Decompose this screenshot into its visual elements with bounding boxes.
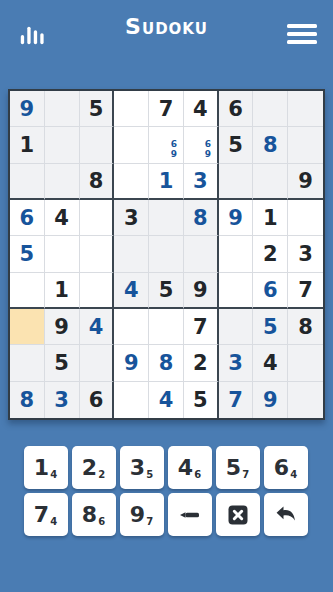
cell-r9c7[interactable]: 7 [219, 382, 254, 418]
pencil-notes: 69 [149, 127, 183, 162]
cell-r9c9[interactable] [288, 382, 323, 418]
cell-r9c1[interactable]: 8 [10, 382, 45, 418]
erase-icon [227, 504, 249, 526]
cell-r1c4[interactable] [114, 91, 149, 127]
cell-r7c2[interactable]: 9 [45, 309, 80, 345]
cell-r7c5[interactable] [149, 309, 184, 345]
cell-r8c8[interactable]: 4 [253, 345, 288, 381]
cell-r1c8[interactable] [253, 91, 288, 127]
cell-r5c7[interactable] [219, 236, 254, 272]
digit-remaining-count: 2 [98, 470, 105, 480]
key-digit: 9 [130, 504, 145, 526]
digit-remaining-count: 4 [50, 470, 57, 480]
key-1[interactable]: 14 [24, 446, 68, 489]
cell-r2c4[interactable] [114, 127, 149, 163]
undo-icon [274, 503, 298, 527]
cell-r8c9[interactable] [288, 345, 323, 381]
cell-r9c6[interactable]: 5 [184, 382, 219, 418]
cell-r1c3[interactable]: 5 [80, 91, 115, 127]
cell-r2c9[interactable] [288, 127, 323, 163]
cell-r6c8[interactable]: 6 [253, 273, 288, 309]
cell-r6c3[interactable] [80, 273, 115, 309]
key-digit: 3 [130, 457, 145, 479]
key-digit: 2 [82, 457, 97, 479]
cell-r3c3[interactable]: 8 [80, 164, 115, 200]
pencil-notes: 69 [184, 127, 217, 162]
cell-r3c7[interactable] [219, 164, 254, 200]
cell-r1c5[interactable]: 7 [149, 91, 184, 127]
cell-r4c8[interactable]: 1 [253, 200, 288, 236]
cell-r1c2[interactable] [45, 91, 80, 127]
cell-r8c4[interactable]: 9 [114, 345, 149, 381]
key-9[interactable]: 97 [120, 493, 164, 536]
cell-r5c3[interactable] [80, 236, 115, 272]
key-digit: 1 [34, 457, 49, 479]
page-title: Sudoku [0, 14, 333, 40]
keypad: 142235465764748697 [24, 446, 310, 536]
digit-remaining-count: 7 [146, 517, 153, 527]
key-digit: 7 [34, 504, 49, 526]
cell-r2c5[interactable]: 69 [149, 127, 184, 163]
key-5[interactable]: 57 [216, 446, 260, 489]
cell-r5c5[interactable] [149, 236, 184, 272]
cell-r3c9[interactable]: 9 [288, 164, 323, 200]
digit-remaining-count: 4 [50, 517, 57, 527]
cell-r4c9[interactable] [288, 200, 323, 236]
erase-button[interactable] [216, 493, 260, 536]
cell-r2c1[interactable]: 1 [10, 127, 45, 163]
cell-r4c2[interactable]: 4 [45, 200, 80, 236]
cell-r1c6[interactable]: 4 [184, 91, 219, 127]
cell-r3c2[interactable] [45, 164, 80, 200]
cell-r8c1[interactable] [10, 345, 45, 381]
key-7[interactable]: 74 [24, 493, 68, 536]
cell-r2c6[interactable]: 69 [184, 127, 219, 163]
cell-r3c6[interactable]: 3 [184, 164, 219, 200]
cell-r6c1[interactable] [10, 273, 45, 309]
cell-r9c3[interactable]: 6 [80, 382, 115, 418]
cell-r7c9[interactable]: 8 [288, 309, 323, 345]
cell-r4c6[interactable]: 8 [184, 200, 219, 236]
cell-r3c8[interactable] [253, 164, 288, 200]
cell-r1c9[interactable] [288, 91, 323, 127]
cell-r5c4[interactable] [114, 236, 149, 272]
cell-r4c4[interactable]: 3 [114, 200, 149, 236]
cell-r3c4[interactable] [114, 164, 149, 200]
key-digit: 8 [82, 504, 97, 526]
digit-remaining-count: 6 [98, 517, 105, 527]
key-2[interactable]: 22 [72, 446, 116, 489]
sudoku-board: 9574616969588139643891523145967947585982… [8, 89, 325, 420]
cell-r9c4[interactable] [114, 382, 149, 418]
cell-r8c2[interactable]: 5 [45, 345, 80, 381]
cell-r6c2[interactable]: 1 [45, 273, 80, 309]
cell-r1c1[interactable]: 9 [10, 91, 45, 127]
cell-r1c7[interactable]: 6 [219, 91, 254, 127]
cell-r2c7[interactable]: 5 [219, 127, 254, 163]
notes-button[interactable] [168, 493, 212, 536]
cell-r7c4[interactable] [114, 309, 149, 345]
key-8[interactable]: 86 [72, 493, 116, 536]
digit-remaining-count: 4 [290, 470, 297, 480]
cell-r6c7[interactable] [219, 273, 254, 309]
cell-r8c7[interactable]: 3 [219, 345, 254, 381]
key-digit: 4 [178, 457, 193, 479]
cell-r7c7[interactable] [219, 309, 254, 345]
cell-r8c3[interactable] [80, 345, 115, 381]
cell-r4c3[interactable] [80, 200, 115, 236]
digit-remaining-count: 5 [146, 470, 153, 480]
cell-r6c5[interactable]: 5 [149, 273, 184, 309]
key-digit: 6 [274, 457, 289, 479]
cell-r3c5[interactable]: 1 [149, 164, 184, 200]
cell-r6c9[interactable]: 7 [288, 273, 323, 309]
cell-r6c6[interactable]: 9 [184, 273, 219, 309]
cell-r5c2[interactable] [45, 236, 80, 272]
key-4[interactable]: 46 [168, 446, 212, 489]
cell-r5c6[interactable] [184, 236, 219, 272]
cell-r9c8[interactable]: 9 [253, 382, 288, 418]
pencil-icon [178, 503, 202, 527]
cell-r2c8[interactable]: 8 [253, 127, 288, 163]
key-6[interactable]: 64 [264, 446, 308, 489]
cell-r9c5[interactable]: 4 [149, 382, 184, 418]
digit-remaining-count: 7 [242, 470, 249, 480]
cell-r6c4[interactable]: 4 [114, 273, 149, 309]
header: Sudoku [0, 0, 333, 56]
cell-r7c3[interactable]: 4 [80, 309, 115, 345]
cell-r5c8[interactable]: 2 [253, 236, 288, 272]
cell-r7c1[interactable] [10, 309, 45, 345]
key-3[interactable]: 35 [120, 446, 164, 489]
cell-r2c2[interactable] [45, 127, 80, 163]
cell-r2c3[interactable] [80, 127, 115, 163]
cell-r5c9[interactable]: 3 [288, 236, 323, 272]
cell-r7c6[interactable]: 7 [184, 309, 219, 345]
cell-r5c1[interactable]: 5 [10, 236, 45, 272]
cell-r4c7[interactable]: 9 [219, 200, 254, 236]
digit-remaining-count: 6 [194, 470, 201, 480]
cell-r8c5[interactable]: 8 [149, 345, 184, 381]
cell-r3c1[interactable] [10, 164, 45, 200]
cell-r4c1[interactable]: 6 [10, 200, 45, 236]
key-digit: 5 [226, 457, 241, 479]
cell-r4c5[interactable] [149, 200, 184, 236]
cell-r7c8[interactable]: 5 [253, 309, 288, 345]
cell-r8c6[interactable]: 2 [184, 345, 219, 381]
undo-button[interactable] [264, 493, 308, 536]
cell-r9c2[interactable]: 3 [45, 382, 80, 418]
